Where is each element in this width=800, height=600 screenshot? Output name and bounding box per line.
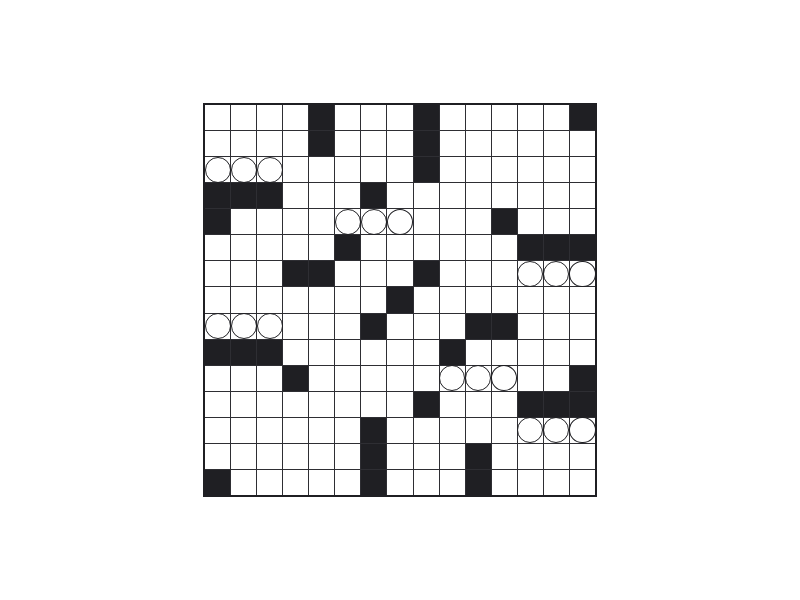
cell-r5c4[interactable] (283, 209, 308, 234)
cell-r1c7[interactable] (361, 105, 386, 130)
cell-r6c11[interactable] (466, 235, 491, 260)
cell-r10c14[interactable] (544, 340, 569, 365)
circle-marker (361, 209, 387, 235)
cell-r7c10[interactable] (440, 261, 465, 286)
block-cell-r9c7 (361, 314, 386, 339)
cell-r2c2[interactable] (231, 131, 256, 156)
cell-r14c4[interactable] (283, 444, 308, 469)
cell-r6c4[interactable] (283, 235, 308, 260)
cell-r8c2[interactable] (231, 287, 256, 312)
cell-r14c14[interactable] (544, 444, 569, 469)
cell-r12c3[interactable] (257, 392, 282, 417)
cell-r3c11[interactable] (466, 157, 491, 182)
cell-r11c6[interactable] (335, 366, 360, 391)
cell-r6c7[interactable] (361, 235, 386, 260)
cell-r5c8[interactable] (387, 209, 412, 234)
block-cell-r15c7 (361, 470, 386, 495)
cell-r8c12[interactable] (492, 287, 517, 312)
circle-marker (257, 157, 283, 183)
cell-r13c2[interactable] (231, 418, 256, 443)
cell-r2c11[interactable] (466, 131, 491, 156)
cell-r14c13[interactable] (518, 444, 543, 469)
cell-r12c7[interactable] (361, 392, 386, 417)
block-cell-r15c1 (205, 470, 230, 495)
cell-r8c15[interactable] (570, 287, 595, 312)
cell-r7c11[interactable] (466, 261, 491, 286)
cell-r13c12[interactable] (492, 418, 517, 443)
cell-r6c10[interactable] (440, 235, 465, 260)
cell-r3c3[interactable] (257, 157, 282, 182)
cell-r13c14[interactable] (544, 418, 569, 443)
cell-r11c8[interactable] (387, 366, 412, 391)
cell-r6c12[interactable] (492, 235, 517, 260)
cell-r5c15[interactable] (570, 209, 595, 234)
block-cell-r13c7 (361, 418, 386, 443)
cell-r9c4[interactable] (283, 314, 308, 339)
cell-r11c12[interactable] (492, 366, 517, 391)
cell-r10c9[interactable] (414, 340, 439, 365)
cell-r6c9[interactable] (414, 235, 439, 260)
cell-r11c1[interactable] (205, 366, 230, 391)
cell-r1c14[interactable] (544, 105, 569, 130)
cell-r7c2[interactable] (231, 261, 256, 286)
cell-r15c5[interactable] (309, 470, 334, 495)
cell-r3c6[interactable] (335, 157, 360, 182)
cell-r9c3[interactable] (257, 314, 282, 339)
cell-r4c6[interactable] (335, 183, 360, 208)
cell-r8c10[interactable] (440, 287, 465, 312)
block-cell-r6c6 (335, 235, 360, 260)
cell-r15c3[interactable] (257, 470, 282, 495)
block-cell-r14c7 (361, 444, 386, 469)
cell-r2c14[interactable] (544, 131, 569, 156)
cell-r1c6[interactable] (335, 105, 360, 130)
block-cell-r10c3 (257, 340, 282, 365)
cell-r5c6[interactable] (335, 209, 360, 234)
cell-r10c4[interactable] (283, 340, 308, 365)
cell-r7c14[interactable] (544, 261, 569, 286)
cell-r8c1[interactable] (205, 287, 230, 312)
cell-r6c8[interactable] (387, 235, 412, 260)
cell-r7c13[interactable] (518, 261, 543, 286)
cell-r9c2[interactable] (231, 314, 256, 339)
cell-r1c4[interactable] (283, 105, 308, 130)
cell-r13c4[interactable] (283, 418, 308, 443)
cell-r14c5[interactable] (309, 444, 334, 469)
cell-r12c4[interactable] (283, 392, 308, 417)
cell-r8c13[interactable] (518, 287, 543, 312)
circle-marker (387, 209, 413, 235)
cell-r12c12[interactable] (492, 392, 517, 417)
circle-marker (491, 365, 517, 391)
cell-r5c5[interactable] (309, 209, 334, 234)
cell-r13c1[interactable] (205, 418, 230, 443)
block-cell-r4c3 (257, 183, 282, 208)
cell-r2c8[interactable] (387, 131, 412, 156)
cell-r8c9[interactable] (414, 287, 439, 312)
cell-r2c10[interactable] (440, 131, 465, 156)
cell-r2c3[interactable] (257, 131, 282, 156)
block-cell-r11c4 (283, 366, 308, 391)
cell-r9c8[interactable] (387, 314, 412, 339)
cell-r12c5[interactable] (309, 392, 334, 417)
cell-r12c11[interactable] (466, 392, 491, 417)
block-cell-r9c11 (466, 314, 491, 339)
cell-r3c5[interactable] (309, 157, 334, 182)
cell-r14c6[interactable] (335, 444, 360, 469)
cell-r13c3[interactable] (257, 418, 282, 443)
cell-r5c10[interactable] (440, 209, 465, 234)
cell-r4c15[interactable] (570, 183, 595, 208)
cell-r13c8[interactable] (387, 418, 412, 443)
block-cell-r7c5 (309, 261, 334, 286)
block-cell-r5c12 (492, 209, 517, 234)
cell-r1c12[interactable] (492, 105, 517, 130)
cell-r5c2[interactable] (231, 209, 256, 234)
cell-r3c1[interactable] (205, 157, 230, 182)
cell-r13c13[interactable] (518, 418, 543, 443)
cell-r14c8[interactable] (387, 444, 412, 469)
cell-r10c8[interactable] (387, 340, 412, 365)
cell-r7c1[interactable] (205, 261, 230, 286)
cell-r3c14[interactable] (544, 157, 569, 182)
block-cell-r10c1 (205, 340, 230, 365)
cell-r15c12[interactable] (492, 470, 517, 495)
cell-r12c8[interactable] (387, 392, 412, 417)
cell-r6c3[interactable] (257, 235, 282, 260)
cell-r2c13[interactable] (518, 131, 543, 156)
block-cell-r1c5 (309, 105, 334, 130)
cell-r15c4[interactable] (283, 470, 308, 495)
cell-r3c7[interactable] (361, 157, 386, 182)
cell-r9c14[interactable] (544, 314, 569, 339)
cell-r10c6[interactable] (335, 340, 360, 365)
cell-r6c2[interactable] (231, 235, 256, 260)
cell-r7c15[interactable] (570, 261, 595, 286)
cell-r11c2[interactable] (231, 366, 256, 391)
cell-r15c15[interactable] (570, 470, 595, 495)
block-cell-r14c11 (466, 444, 491, 469)
cell-r15c13[interactable] (518, 470, 543, 495)
block-cell-r10c2 (231, 340, 256, 365)
cell-r1c1[interactable] (205, 105, 230, 130)
cell-r7c3[interactable] (257, 261, 282, 286)
circle-marker (335, 209, 361, 235)
cell-r13c10[interactable] (440, 418, 465, 443)
circle-marker (231, 313, 257, 339)
circle-marker (569, 417, 595, 443)
cell-r1c10[interactable] (440, 105, 465, 130)
cell-r9c10[interactable] (440, 314, 465, 339)
cell-r11c7[interactable] (361, 366, 386, 391)
cell-r15c6[interactable] (335, 470, 360, 495)
cell-r11c10[interactable] (440, 366, 465, 391)
cell-r2c6[interactable] (335, 131, 360, 156)
cell-r13c5[interactable] (309, 418, 334, 443)
circle-marker (231, 157, 257, 183)
circle-marker (517, 261, 543, 287)
cell-r1c3[interactable] (257, 105, 282, 130)
block-cell-r3c9 (414, 157, 439, 182)
block-cell-r4c2 (231, 183, 256, 208)
circle-marker (569, 261, 595, 287)
circle-marker (257, 313, 283, 339)
circle-marker (205, 313, 231, 339)
cell-r2c15[interactable] (570, 131, 595, 156)
cell-r14c2[interactable] (231, 444, 256, 469)
cell-r15c9[interactable] (414, 470, 439, 495)
cell-r3c13[interactable] (518, 157, 543, 182)
cell-r8c3[interactable] (257, 287, 282, 312)
cell-r7c7[interactable] (361, 261, 386, 286)
cell-r4c9[interactable] (414, 183, 439, 208)
cell-r9c5[interactable] (309, 314, 334, 339)
circle-marker (517, 417, 543, 443)
block-cell-r12c13 (518, 392, 543, 417)
block-cell-r6c15 (570, 235, 595, 260)
cell-r12c1[interactable] (205, 392, 230, 417)
block-cell-r10c10 (440, 340, 465, 365)
cell-r10c13[interactable] (518, 340, 543, 365)
cell-r13c9[interactable] (414, 418, 439, 443)
crossword-board (203, 103, 597, 497)
block-cell-r11c15 (570, 366, 595, 391)
cell-r4c8[interactable] (387, 183, 412, 208)
cell-r1c8[interactable] (387, 105, 412, 130)
cell-r11c3[interactable] (257, 366, 282, 391)
block-cell-r12c15 (570, 392, 595, 417)
block-cell-r7c9 (414, 261, 439, 286)
cell-r12c6[interactable] (335, 392, 360, 417)
cell-r10c7[interactable] (361, 340, 386, 365)
cell-r3c15[interactable] (570, 157, 595, 182)
cell-r9c6[interactable] (335, 314, 360, 339)
cell-r15c10[interactable] (440, 470, 465, 495)
cell-r13c6[interactable] (335, 418, 360, 443)
cell-r2c12[interactable] (492, 131, 517, 156)
block-cell-r6c13 (518, 235, 543, 260)
circle-marker (543, 261, 569, 287)
circle-marker (439, 365, 465, 391)
cell-r14c3[interactable] (257, 444, 282, 469)
block-cell-r2c5 (309, 131, 334, 156)
cell-r13c11[interactable] (466, 418, 491, 443)
cell-r6c5[interactable] (309, 235, 334, 260)
block-cell-r15c11 (466, 470, 491, 495)
cell-r8c6[interactable] (335, 287, 360, 312)
cell-r9c9[interactable] (414, 314, 439, 339)
block-cell-r8c8 (387, 287, 412, 312)
cell-r4c4[interactable] (283, 183, 308, 208)
cell-r15c8[interactable] (387, 470, 412, 495)
cell-r3c12[interactable] (492, 157, 517, 182)
cell-r10c11[interactable] (466, 340, 491, 365)
cell-r13c15[interactable] (570, 418, 595, 443)
block-cell-r4c1 (205, 183, 230, 208)
cell-r10c15[interactable] (570, 340, 595, 365)
cell-r3c8[interactable] (387, 157, 412, 182)
block-cell-r1c15 (570, 105, 595, 130)
block-cell-r12c14 (544, 392, 569, 417)
cell-r2c7[interactable] (361, 131, 386, 156)
block-cell-r1c9 (414, 105, 439, 130)
cell-r5c14[interactable] (544, 209, 569, 234)
cell-r5c11[interactable] (466, 209, 491, 234)
cell-r4c13[interactable] (518, 183, 543, 208)
cell-r12c10[interactable] (440, 392, 465, 417)
cell-r4c12[interactable] (492, 183, 517, 208)
cell-r10c12[interactable] (492, 340, 517, 365)
cell-r2c1[interactable] (205, 131, 230, 156)
cell-r9c15[interactable] (570, 314, 595, 339)
cell-r9c1[interactable] (205, 314, 230, 339)
cell-r4c5[interactable] (309, 183, 334, 208)
cell-r11c11[interactable] (466, 366, 491, 391)
cell-r14c9[interactable] (414, 444, 439, 469)
cell-r1c13[interactable] (518, 105, 543, 130)
circle-marker (205, 157, 231, 183)
cell-r5c13[interactable] (518, 209, 543, 234)
block-cell-r7c4 (283, 261, 308, 286)
crossword-grid (205, 105, 595, 495)
cell-r11c13[interactable] (518, 366, 543, 391)
cell-r6c1[interactable] (205, 235, 230, 260)
cell-r5c9[interactable] (414, 209, 439, 234)
cell-r14c15[interactable] (570, 444, 595, 469)
block-cell-r12c9 (414, 392, 439, 417)
cell-r5c3[interactable] (257, 209, 282, 234)
cell-r1c2[interactable] (231, 105, 256, 130)
cell-r11c5[interactable] (309, 366, 334, 391)
block-cell-r4c7 (361, 183, 386, 208)
cell-r1c11[interactable] (466, 105, 491, 130)
cell-r8c14[interactable] (544, 287, 569, 312)
cell-r2c4[interactable] (283, 131, 308, 156)
circle-marker (465, 365, 491, 391)
block-cell-r9c12 (492, 314, 517, 339)
cell-r3c10[interactable] (440, 157, 465, 182)
cell-r3c2[interactable] (231, 157, 256, 182)
cell-r4c10[interactable] (440, 183, 465, 208)
cell-r9c13[interactable] (518, 314, 543, 339)
cell-r7c6[interactable] (335, 261, 360, 286)
cell-r7c12[interactable] (492, 261, 517, 286)
cell-r14c1[interactable] (205, 444, 230, 469)
circle-marker (543, 417, 569, 443)
cell-r3c4[interactable] (283, 157, 308, 182)
cell-r11c14[interactable] (544, 366, 569, 391)
cell-r4c14[interactable] (544, 183, 569, 208)
cell-r15c14[interactable] (544, 470, 569, 495)
cell-r14c10[interactable] (440, 444, 465, 469)
cell-r11c9[interactable] (414, 366, 439, 391)
cell-r4c11[interactable] (466, 183, 491, 208)
cell-r8c7[interactable] (361, 287, 386, 312)
cell-r14c12[interactable] (492, 444, 517, 469)
cell-r15c2[interactable] (231, 470, 256, 495)
block-cell-r2c9 (414, 131, 439, 156)
cell-r8c4[interactable] (283, 287, 308, 312)
cell-r10c5[interactable] (309, 340, 334, 365)
cell-r7c8[interactable] (387, 261, 412, 286)
block-cell-r5c1 (205, 209, 230, 234)
block-cell-r6c14 (544, 235, 569, 260)
cell-r5c7[interactable] (361, 209, 386, 234)
cell-r12c2[interactable] (231, 392, 256, 417)
cell-r8c5[interactable] (309, 287, 334, 312)
cell-r8c11[interactable] (466, 287, 491, 312)
